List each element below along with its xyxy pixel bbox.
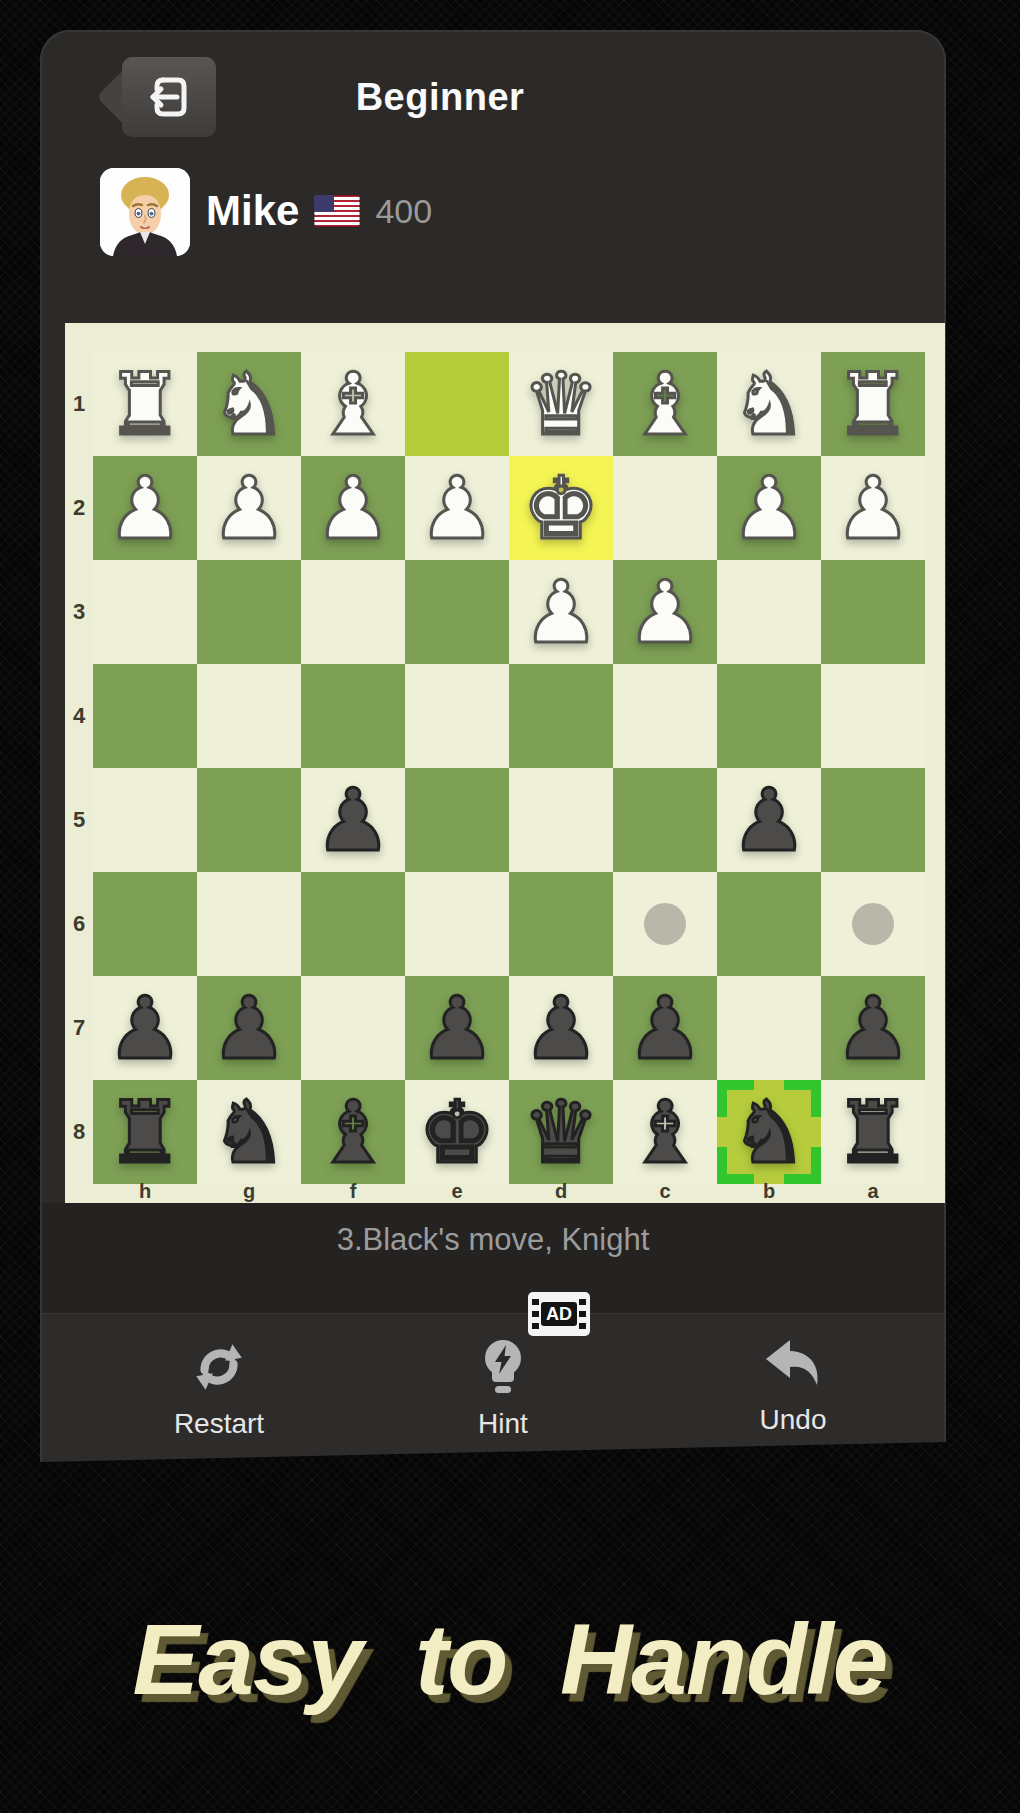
square-f2[interactable]: ♟: [301, 456, 405, 560]
square-d6[interactable]: [509, 872, 613, 976]
square-f6[interactable]: [301, 872, 405, 976]
black-p-piece: ♟: [626, 976, 703, 1080]
move-status: 3.Black's move, Knight: [40, 1222, 946, 1258]
square-a8[interactable]: ♜: [821, 1080, 925, 1184]
white-p-piece: ♟: [418, 456, 495, 560]
square-d3[interactable]: ♟: [509, 560, 613, 664]
square-c3[interactable]: ♟: [613, 560, 717, 664]
white-n-piece: ♞: [730, 352, 807, 456]
file-label-e: e: [405, 1181, 509, 1201]
player-name: Mike: [206, 187, 299, 235]
lightbulb-bolt-icon: [474, 1336, 532, 1398]
marketing-caption: Easy to Handle: [0, 1600, 1020, 1718]
player-info: Mike 400: [206, 188, 432, 234]
white-p-piece: ♟: [730, 456, 807, 560]
black-k-piece: ♚: [418, 1080, 495, 1184]
rank-labels: 12345678: [65, 352, 93, 1184]
white-p-piece: ♟: [626, 560, 703, 664]
black-p-piece: ♟: [314, 768, 391, 872]
rank-label-3: 3: [65, 560, 93, 664]
white-b-piece: ♝: [626, 352, 703, 456]
square-d1[interactable]: ♛: [509, 352, 613, 456]
player-rating: 400: [375, 192, 432, 231]
square-e8[interactable]: ♚: [405, 1080, 509, 1184]
white-p-piece: ♟: [106, 456, 183, 560]
file-labels: hgfedcba: [93, 1181, 925, 1201]
hint-label: Hint: [478, 1408, 528, 1440]
board-squares: ♜♞♝♛♝♞♜♟♟♟♟♚♟♟♟♟♟♟♟♟♟♟♟♟♜♞♝♚♛♝♞♜: [93, 352, 925, 1184]
file-label-b: b: [717, 1181, 821, 1201]
avatar-illustration: [100, 168, 190, 256]
white-b-piece: ♝: [314, 352, 391, 456]
square-h3[interactable]: [93, 560, 197, 664]
page-title: Beginner: [40, 76, 840, 119]
black-p-piece: ♟: [106, 976, 183, 1080]
black-p-piece: ♟: [834, 976, 911, 1080]
square-g7[interactable]: ♟: [197, 976, 301, 1080]
ad-badge: AD: [528, 1292, 590, 1336]
square-e7[interactable]: ♟: [405, 976, 509, 1080]
file-label-g: g: [197, 1181, 301, 1201]
square-b2[interactable]: ♟: [717, 456, 821, 560]
file-label-d: d: [509, 1181, 613, 1201]
square-a1[interactable]: ♜: [821, 352, 925, 456]
undo-button[interactable]: Undo: [708, 1336, 878, 1436]
square-b3[interactable]: [717, 560, 821, 664]
square-c7[interactable]: ♟: [613, 976, 717, 1080]
square-b5[interactable]: ♟: [717, 768, 821, 872]
square-a7[interactable]: ♟: [821, 976, 925, 1080]
black-b-piece: ♝: [314, 1080, 391, 1184]
square-h4[interactable]: [93, 664, 197, 768]
square-f1[interactable]: ♝: [301, 352, 405, 456]
move-hint-dot[interactable]: [644, 903, 686, 945]
file-label-f: f: [301, 1181, 405, 1201]
file-label-a: a: [821, 1181, 925, 1201]
white-r-piece: ♜: [834, 352, 911, 456]
square-b8[interactable]: ♞: [717, 1080, 821, 1184]
square-a5[interactable]: [821, 768, 925, 872]
square-e6[interactable]: [405, 872, 509, 976]
square-c4[interactable]: [613, 664, 717, 768]
square-g6[interactable]: [197, 872, 301, 976]
selection-corner: [717, 1080, 754, 1117]
square-f5[interactable]: ♟: [301, 768, 405, 872]
undo-label: Undo: [760, 1404, 827, 1436]
refresh-icon: [188, 1336, 250, 1398]
square-b1[interactable]: ♞: [717, 352, 821, 456]
rank-label-1: 1: [65, 352, 93, 456]
square-b4[interactable]: [717, 664, 821, 768]
rank-label-8: 8: [65, 1080, 93, 1184]
rank-label-7: 7: [65, 976, 93, 1080]
black-n-piece: ♞: [210, 1080, 287, 1184]
restart-button[interactable]: Restart: [134, 1336, 304, 1440]
rank-label-4: 4: [65, 664, 93, 768]
white-p-piece: ♟: [314, 456, 391, 560]
square-e1[interactable]: [405, 352, 509, 456]
white-p-piece: ♟: [522, 560, 599, 664]
square-c1[interactable]: ♝: [613, 352, 717, 456]
white-k-piece: ♚: [522, 456, 599, 560]
black-p-piece: ♟: [210, 976, 287, 1080]
black-p-piece: ♟: [418, 976, 495, 1080]
selection-corner: [784, 1147, 821, 1184]
square-c5[interactable]: [613, 768, 717, 872]
chess-board: 12345678 ♜♞♝♛♝♞♜♟♟♟♟♚♟♟♟♟♟♟♟♟♟♟♟♟♜♞♝♚♛♝♞…: [65, 323, 945, 1203]
undo-arrow-icon: [760, 1336, 826, 1394]
square-c6[interactable]: [613, 872, 717, 976]
rank-label-6: 6: [65, 872, 93, 976]
selection-corner: [784, 1080, 821, 1117]
black-b-piece: ♝: [626, 1080, 703, 1184]
square-c2[interactable]: [613, 456, 717, 560]
square-g4[interactable]: [197, 664, 301, 768]
square-g1[interactable]: ♞: [197, 352, 301, 456]
rank-label-5: 5: [65, 768, 93, 872]
square-b7[interactable]: [717, 976, 821, 1080]
square-b6[interactable]: [717, 872, 821, 976]
black-p-piece: ♟: [730, 768, 807, 872]
square-a2[interactable]: ♟: [821, 456, 925, 560]
square-g3[interactable]: [197, 560, 301, 664]
square-d2[interactable]: ♚: [509, 456, 613, 560]
black-r-piece: ♜: [106, 1080, 183, 1184]
us-flag-icon: [314, 195, 360, 227]
square-e3[interactable]: [405, 560, 509, 664]
square-e4[interactable]: [405, 664, 509, 768]
white-r-piece: ♜: [106, 352, 183, 456]
ad-badge-text: AD: [541, 1302, 577, 1326]
white-n-piece: ♞: [210, 352, 287, 456]
square-g8[interactable]: ♞: [197, 1080, 301, 1184]
square-a6[interactable]: [821, 872, 925, 976]
avatar: [100, 168, 190, 256]
square-e5[interactable]: [405, 768, 509, 872]
square-h8[interactable]: ♜: [93, 1080, 197, 1184]
move-hint-dot[interactable]: [852, 903, 894, 945]
white-q-piece: ♛: [522, 352, 599, 456]
square-d5[interactable]: [509, 768, 613, 872]
square-f7[interactable]: [301, 976, 405, 1080]
phone-frame: Beginner Mike 400 12345678 ♜♞♝♛♝♞♜♟♟♟♟♚♟…: [40, 30, 946, 1470]
white-p-piece: ♟: [210, 456, 287, 560]
black-r-piece: ♜: [834, 1080, 911, 1184]
square-d8[interactable]: ♛: [509, 1080, 613, 1184]
file-label-c: c: [613, 1181, 717, 1201]
square-h5[interactable]: [93, 768, 197, 872]
square-h7[interactable]: ♟: [93, 976, 197, 1080]
black-p-piece: ♟: [522, 976, 599, 1080]
toolbar: Restart Hint Undo: [40, 1313, 946, 1471]
restart-label: Restart: [174, 1408, 264, 1440]
square-c8[interactable]: ♝: [613, 1080, 717, 1184]
square-g2[interactable]: ♟: [197, 456, 301, 560]
selection-corner: [717, 1147, 754, 1184]
square-a3[interactable]: [821, 560, 925, 664]
square-d4[interactable]: [509, 664, 613, 768]
white-p-piece: ♟: [834, 456, 911, 560]
square-f3[interactable]: [301, 560, 405, 664]
square-f8[interactable]: ♝: [301, 1080, 405, 1184]
square-h2[interactable]: ♟: [93, 456, 197, 560]
file-label-h: h: [93, 1181, 197, 1201]
hint-button[interactable]: Hint: [418, 1336, 588, 1440]
square-a4[interactable]: [821, 664, 925, 768]
square-h6[interactable]: [93, 872, 197, 976]
square-g5[interactable]: [197, 768, 301, 872]
black-q-piece: ♛: [522, 1080, 599, 1184]
square-e2[interactable]: ♟: [405, 456, 509, 560]
square-d7[interactable]: ♟: [509, 976, 613, 1080]
square-h1[interactable]: ♜: [93, 352, 197, 456]
rank-label-2: 2: [65, 456, 93, 560]
square-f4[interactable]: [301, 664, 405, 768]
